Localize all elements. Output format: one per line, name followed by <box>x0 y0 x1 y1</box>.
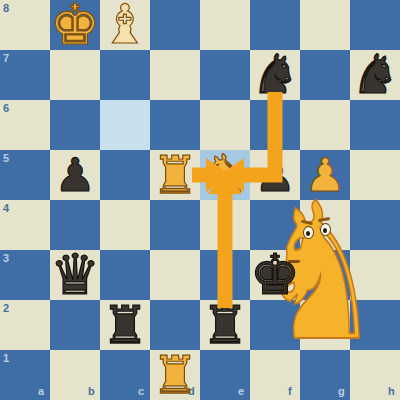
square-f2[interactable] <box>250 300 300 350</box>
square-g6[interactable] <box>300 100 350 150</box>
square-c7[interactable] <box>100 50 150 100</box>
square-d4[interactable] <box>150 200 200 250</box>
square-d3[interactable] <box>150 250 200 300</box>
black-rook-glyph: ♜ <box>202 299 249 351</box>
square-d8[interactable] <box>150 0 200 50</box>
square-g2[interactable] <box>300 300 350 350</box>
piece-white-bishop-c8[interactable]: ♝ <box>100 0 150 50</box>
square-g1[interactable] <box>300 350 350 400</box>
square-h2[interactable] <box>350 300 400 350</box>
piece-white-rook-d1[interactable]: ♜ <box>150 350 200 400</box>
square-h3[interactable] <box>350 250 400 300</box>
black-king-glyph: ♚ <box>250 247 300 303</box>
square-a6[interactable] <box>0 100 50 150</box>
white-rook-glyph: ♜ <box>152 349 199 400</box>
piece-black-rook-c2[interactable]: ♜ <box>100 300 150 350</box>
square-h4[interactable] <box>350 200 400 250</box>
square-h5[interactable] <box>350 150 400 200</box>
square-c3[interactable] <box>100 250 150 300</box>
piece-white-rook-d5[interactable]: ♜ <box>150 150 200 200</box>
piece-black-pawn-f5[interactable]: ♟ <box>250 150 300 200</box>
square-b1[interactable] <box>50 350 100 400</box>
board-stage: 87654321abcdefgh ♞ ♚♝♞♞♟♜♞♟♟♛♚♜♜♜ <box>0 0 400 400</box>
black-pawn-glyph: ♟ <box>54 152 95 198</box>
square-e7[interactable] <box>200 50 250 100</box>
square-a2[interactable] <box>0 300 50 350</box>
piece-black-queen-b3[interactable]: ♛ <box>50 250 100 300</box>
square-b2[interactable] <box>50 300 100 350</box>
square-b7[interactable] <box>50 50 100 100</box>
square-d2[interactable] <box>150 300 200 350</box>
black-knight-glyph: ♞ <box>251 48 299 102</box>
square-e3[interactable] <box>200 250 250 300</box>
square-a3[interactable] <box>0 250 50 300</box>
square-c5[interactable] <box>100 150 150 200</box>
black-queen-glyph: ♛ <box>50 247 100 303</box>
square-a7[interactable] <box>0 50 50 100</box>
white-rook-glyph: ♜ <box>152 149 199 201</box>
piece-black-knight-h7[interactable]: ♞ <box>350 50 400 100</box>
white-bishop-glyph: ♝ <box>101 0 149 52</box>
piece-black-knight-f7[interactable]: ♞ <box>250 50 300 100</box>
square-h1[interactable] <box>350 350 400 400</box>
square-g3[interactable] <box>300 250 350 300</box>
square-d7[interactable] <box>150 50 200 100</box>
square-g7[interactable] <box>300 50 350 100</box>
square-e4[interactable] <box>200 200 250 250</box>
square-e1[interactable] <box>200 350 250 400</box>
piece-black-rook-e2[interactable]: ♜ <box>200 300 250 350</box>
square-f6[interactable] <box>250 100 300 150</box>
square-g4[interactable] <box>300 200 350 250</box>
square-b6[interactable] <box>50 100 100 150</box>
square-c6[interactable] <box>100 100 150 150</box>
black-knight-glyph: ♞ <box>351 48 399 102</box>
black-pawn-glyph: ♟ <box>254 152 295 198</box>
piece-white-pawn-g5[interactable]: ♟ <box>300 150 350 200</box>
square-c4[interactable] <box>100 200 150 250</box>
square-d6[interactable] <box>150 100 200 150</box>
white-king-glyph: ♚ <box>50 0 100 53</box>
black-rook-glyph: ♜ <box>102 299 149 351</box>
square-a1[interactable] <box>0 350 50 400</box>
square-e8[interactable] <box>200 0 250 50</box>
white-knight-glyph: ♞ <box>201 148 249 202</box>
piece-white-king-b8[interactable]: ♚ <box>50 0 100 50</box>
square-a5[interactable] <box>0 150 50 200</box>
square-f1[interactable] <box>250 350 300 400</box>
square-g8[interactable] <box>300 0 350 50</box>
piece-white-knight-e5[interactable]: ♞ <box>200 150 250 200</box>
piece-black-pawn-b5[interactable]: ♟ <box>50 150 100 200</box>
white-pawn-glyph: ♟ <box>304 152 345 198</box>
square-c1[interactable] <box>100 350 150 400</box>
square-a8[interactable] <box>0 0 50 50</box>
piece-black-king-f3[interactable]: ♚ <box>250 250 300 300</box>
square-h6[interactable] <box>350 100 400 150</box>
square-a4[interactable] <box>0 200 50 250</box>
